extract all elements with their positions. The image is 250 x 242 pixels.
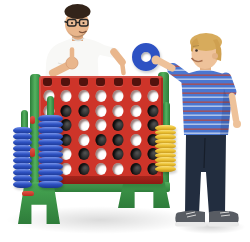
boy-forearm-left: [232, 96, 236, 120]
board-cell-r4c4: [92, 133, 109, 148]
red-peg: [30, 148, 35, 157]
board-cell-r2c3: [75, 104, 92, 119]
board-slot-c2: [61, 78, 70, 86]
board-cell-r6c3: [75, 162, 92, 177]
board-hole-empty: [78, 119, 89, 131]
board-cell-r2c5: [110, 104, 127, 119]
board-slot-c5: [114, 78, 123, 86]
board-slot-c1: [43, 78, 52, 86]
board-cell-r3c5: [110, 118, 127, 133]
board-hole-empty: [113, 119, 124, 131]
board-hole-empty: [78, 148, 89, 160]
ring-stack-left-inner: [38, 116, 63, 188]
ring-stack-left-outer: [13, 128, 32, 188]
board-hole-empty: [78, 134, 89, 146]
board-hole-empty: [78, 163, 89, 175]
board-slot-c4: [96, 78, 105, 86]
board-hole-empty: [95, 148, 106, 160]
red-peg: [22, 191, 34, 196]
board-cell-r6c4: [92, 162, 109, 177]
board-cell-r5c4: [92, 147, 109, 162]
board-hole-empty: [113, 163, 124, 175]
boy-ear: [212, 53, 218, 59]
photo-scene: [0, 0, 250, 242]
frame-leg-left: [18, 184, 60, 224]
board-cell-r3c3: [75, 118, 92, 133]
board-hole-empty: [61, 105, 72, 117]
board-cell-r1c4: [92, 89, 109, 104]
board-hole-empty: [95, 163, 106, 175]
board-hole-empty: [78, 105, 89, 117]
boy-sleeve-left: [226, 78, 231, 92]
board-hole-empty: [95, 90, 106, 102]
board-hole-empty: [95, 134, 106, 146]
board-cell-r2c4: [92, 104, 109, 119]
board-hole-empty: [61, 90, 72, 102]
boy-figure: [128, 28, 250, 238]
board-cell-r6c5: [110, 162, 127, 177]
board-hole-empty: [113, 90, 124, 102]
board-cell-r1c5: [110, 89, 127, 104]
boy-hand-left: [233, 120, 241, 128]
board-cell-r5c3: [75, 147, 92, 162]
board-cell-r3c4: [92, 118, 109, 133]
board-cell-r1c2: [57, 89, 74, 104]
man-hair: [65, 4, 91, 19]
board-hole-empty: [113, 105, 124, 117]
board-hole-empty: [113, 148, 124, 160]
boy-forearm-raised: [159, 61, 172, 68]
boy-sneaker-left: [175, 211, 206, 227]
board-hole-empty: [78, 90, 89, 102]
boy-jeans: [185, 135, 226, 214]
board-hole-empty: [95, 119, 106, 131]
blue-ring: [38, 181, 63, 188]
board-cell-r4c3: [75, 133, 92, 148]
boy-hand-gripping-ring: [152, 56, 161, 65]
boy-sneaker-right: [208, 211, 239, 227]
board-slot-c3: [79, 78, 88, 86]
board-cell-r4c5: [110, 133, 127, 148]
boy-eye: [195, 49, 198, 52]
board-hole-empty: [113, 134, 124, 146]
board-cell-r1c3: [75, 89, 92, 104]
board-cell-r5c5: [110, 147, 127, 162]
board-hole-empty: [95, 105, 106, 117]
man-eye-left: [71, 22, 73, 24]
man-eye-right: [82, 22, 84, 24]
red-peg: [30, 116, 35, 124]
blue-ring: [13, 181, 32, 188]
